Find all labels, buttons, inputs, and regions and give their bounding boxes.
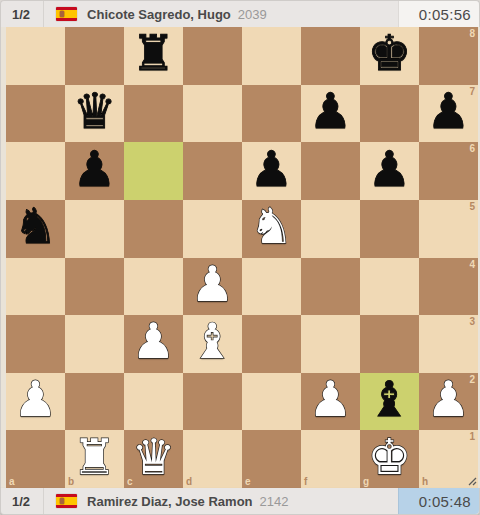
square-b1[interactable]: b♜	[65, 430, 124, 488]
square-a6[interactable]	[6, 142, 65, 200]
square-b3[interactable]	[65, 315, 124, 373]
chess-tv-widget: 1/2 Chicote Sagredo, Hugo 2039 0:05:56 ♜…	[0, 0, 480, 515]
square-g7[interactable]	[360, 85, 419, 143]
black-bishop-piece[interactable]: ♝	[368, 375, 412, 424]
white-pawn-piece[interactable]: ♟	[191, 260, 235, 309]
square-a5[interactable]: ♞	[6, 200, 65, 258]
bar-divider	[43, 1, 44, 27]
square-d4[interactable]: ♟	[183, 258, 242, 316]
player-rating-top: 2039	[238, 7, 267, 22]
square-g4[interactable]	[360, 258, 419, 316]
square-d8[interactable]	[183, 27, 242, 85]
square-g6[interactable]: ♟	[360, 142, 419, 200]
coordinate-file-a: a	[9, 477, 15, 487]
square-h8[interactable]: 8	[419, 27, 478, 85]
square-d7[interactable]	[183, 85, 242, 143]
black-rook-piece[interactable]: ♜	[132, 29, 176, 78]
square-a8[interactable]	[6, 27, 65, 85]
square-h6[interactable]: 6	[419, 142, 478, 200]
white-pawn-piece[interactable]: ♟	[132, 317, 176, 366]
coordinate-rank-1: 1	[469, 432, 475, 442]
flag-emblem	[60, 498, 64, 504]
square-g3[interactable]	[360, 315, 419, 373]
square-c1[interactable]: c♛	[124, 430, 183, 488]
coordinate-rank-4: 4	[469, 260, 475, 270]
white-king-piece[interactable]: ♚	[368, 433, 412, 482]
square-c3[interactable]: ♟	[124, 315, 183, 373]
square-b4[interactable]	[65, 258, 124, 316]
square-g2[interactable]: ♝	[360, 373, 419, 431]
white-pawn-piece[interactable]: ♟	[309, 375, 353, 424]
square-b8[interactable]	[65, 27, 124, 85]
square-h2[interactable]: 2♟	[419, 373, 478, 431]
bottom-player-bar: 1/2 Ramirez Diaz, Jose Ramon 2142 0:05:4…	[0, 488, 480, 515]
spain-flag-icon	[56, 494, 77, 508]
player-rating-bottom: 2142	[260, 494, 289, 509]
square-f7[interactable]: ♟	[301, 85, 360, 143]
player-name-bottom: Ramirez Diaz, Jose Ramon	[87, 494, 252, 509]
black-pawn-piece[interactable]: ♟	[309, 87, 353, 136]
square-f6[interactable]	[301, 142, 360, 200]
top-player-bar: 1/2 Chicote Sagredo, Hugo 2039 0:05:56	[0, 0, 480, 27]
square-a3[interactable]	[6, 315, 65, 373]
top-clock: 0:05:56	[398, 1, 479, 27]
square-e1[interactable]: e	[242, 430, 301, 488]
chess-board: ♜♚8♛♟7♟♟♟♟6♞♞5♟4♟♝3♟♟♝2♟ab♜c♛defg♚1h	[6, 27, 478, 488]
square-g5[interactable]	[360, 200, 419, 258]
bottom-clock: 0:05:48	[398, 488, 479, 514]
bar-divider	[43, 488, 44, 514]
square-a7[interactable]	[6, 85, 65, 143]
square-b2[interactable]	[65, 373, 124, 431]
square-c7[interactable]	[124, 85, 183, 143]
square-e2[interactable]	[242, 373, 301, 431]
square-b6[interactable]: ♟	[65, 142, 124, 200]
white-knight-piece[interactable]: ♞	[250, 202, 294, 251]
white-rook-piece[interactable]: ♜	[73, 433, 117, 482]
coordinate-rank-3: 3	[469, 317, 475, 327]
square-c5[interactable]	[124, 200, 183, 258]
square-c6[interactable]	[124, 142, 183, 200]
square-f4[interactable]	[301, 258, 360, 316]
square-b5[interactable]	[65, 200, 124, 258]
square-f3[interactable]	[301, 315, 360, 373]
square-h4[interactable]: 4	[419, 258, 478, 316]
white-queen-piece[interactable]: ♛	[132, 433, 176, 482]
square-e7[interactable]	[242, 85, 301, 143]
square-a4[interactable]	[6, 258, 65, 316]
square-d1[interactable]: d	[183, 430, 242, 488]
square-d3[interactable]: ♝	[183, 315, 242, 373]
coordinate-rank-8: 8	[469, 29, 475, 39]
square-c2[interactable]	[124, 373, 183, 431]
square-g1[interactable]: g♚	[360, 430, 419, 488]
flag-emblem	[60, 11, 64, 17]
square-a1[interactable]: a	[6, 430, 65, 488]
square-a2[interactable]: ♟	[6, 373, 65, 431]
square-h5[interactable]: 5	[419, 200, 478, 258]
spain-flag-icon	[56, 7, 77, 21]
white-bishop-piece[interactable]: ♝	[191, 317, 235, 366]
square-d2[interactable]	[183, 373, 242, 431]
black-pawn-piece[interactable]: ♟	[73, 145, 117, 194]
board-area: ♜♚8♛♟7♟♟♟♟6♞♞5♟4♟♝3♟♟♝2♟ab♜c♛defg♚1h	[0, 27, 480, 488]
square-d6[interactable]	[183, 142, 242, 200]
square-f2[interactable]: ♟	[301, 373, 360, 431]
white-pawn-piece[interactable]: ♟	[14, 375, 58, 424]
coordinate-rank-6: 6	[469, 144, 475, 154]
square-f8[interactable]	[301, 27, 360, 85]
square-e8[interactable]	[242, 27, 301, 85]
square-h3[interactable]: 3	[419, 315, 478, 373]
game-result-bottom: 1/2	[1, 494, 43, 509]
black-pawn-piece[interactable]: ♟	[250, 145, 294, 194]
square-e5[interactable]: ♞	[242, 200, 301, 258]
white-pawn-piece[interactable]: ♟	[427, 375, 471, 424]
square-b7[interactable]: ♛	[65, 85, 124, 143]
square-d5[interactable]	[183, 200, 242, 258]
black-queen-piece[interactable]: ♛	[73, 87, 117, 136]
coordinate-file-e: e	[245, 477, 251, 487]
black-pawn-piece[interactable]: ♟	[427, 87, 471, 136]
coordinate-file-h: h	[422, 477, 428, 487]
coordinate-file-d: d	[186, 477, 192, 487]
square-c4[interactable]	[124, 258, 183, 316]
player-name-top: Chicote Sagredo, Hugo	[87, 7, 231, 22]
square-e3[interactable]	[242, 315, 301, 373]
square-f1[interactable]: f	[301, 430, 360, 488]
square-c8[interactable]: ♜	[124, 27, 183, 85]
square-h7[interactable]: 7♟	[419, 85, 478, 143]
square-e4[interactable]	[242, 258, 301, 316]
black-knight-piece[interactable]: ♞	[14, 202, 58, 251]
board-resize-handle[interactable]	[466, 475, 477, 486]
coordinate-rank-5: 5	[469, 202, 475, 212]
black-king-piece[interactable]: ♚	[368, 29, 412, 78]
square-e6[interactable]: ♟	[242, 142, 301, 200]
game-result-top: 1/2	[1, 7, 43, 22]
coordinate-file-f: f	[304, 477, 307, 487]
square-g8[interactable]: ♚	[360, 27, 419, 85]
black-pawn-piece[interactable]: ♟	[368, 145, 412, 194]
square-f5[interactable]	[301, 200, 360, 258]
